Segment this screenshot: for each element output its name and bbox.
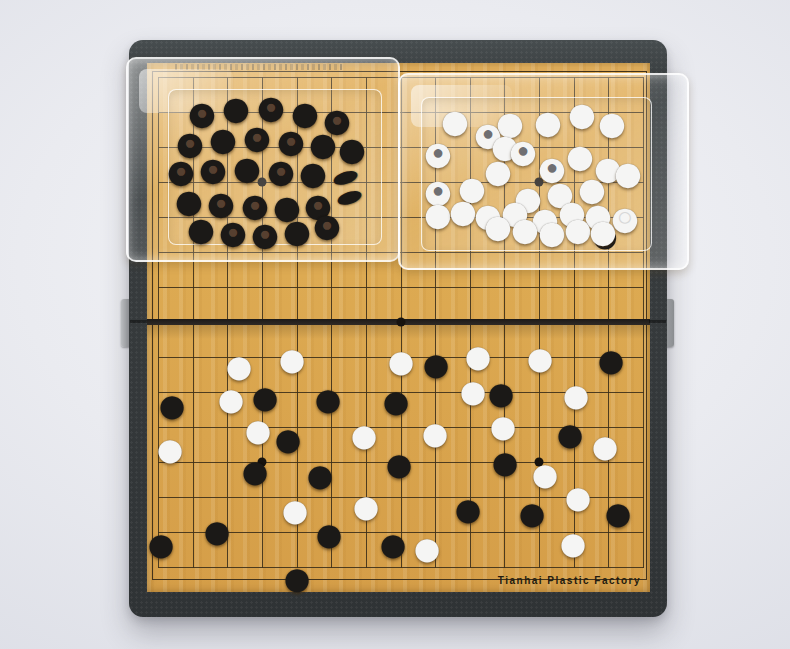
black-stone[interactable]: ● (143, 525, 179, 561)
white-stone[interactable]: ● (587, 427, 623, 463)
black-stone[interactable]: ●● (309, 206, 345, 242)
black-stone[interactable]: ● (310, 380, 346, 416)
black-stone[interactable]: ● (487, 443, 523, 479)
black-stone[interactable]: ● (514, 494, 550, 530)
frame-seam-right (649, 320, 666, 323)
white-stone[interactable]: ● (277, 491, 313, 527)
black-stone[interactable]: ● (378, 382, 414, 418)
mag-mark: ● (227, 222, 238, 241)
eye-mark: ● (517, 140, 529, 160)
black-stone[interactable]: ● (375, 525, 411, 561)
black-stone[interactable]: ● (183, 210, 219, 246)
white-stone[interactable]: ● (522, 339, 558, 375)
white-stone[interactable]: ● (152, 430, 188, 466)
star-point (396, 318, 405, 327)
black-stone[interactable]: ● (154, 386, 190, 422)
black-stone[interactable]: ●● (215, 213, 251, 249)
black-stone[interactable]: ●● (247, 215, 283, 251)
brand-text: Tianhai Plastic Factory (498, 575, 641, 586)
white-stone[interactable]: ● (409, 529, 445, 565)
black-stone[interactable]: ● (381, 445, 417, 481)
black-stone[interactable]: ● (279, 559, 315, 595)
black-stone[interactable]: ● (600, 494, 636, 530)
black-stone[interactable]: ● (237, 452, 273, 488)
mag-mark: ● (259, 224, 270, 243)
white-stone[interactable]: ● (555, 524, 591, 560)
black-stone[interactable]: ● (311, 515, 347, 551)
frame-seam-left (130, 320, 147, 323)
white-stone[interactable]: ● (560, 478, 596, 514)
black-stone[interactable]: ● (418, 345, 454, 381)
white-stone[interactable]: ●● (585, 212, 621, 248)
product-photo-stage: Tianhai Plastic Factory ●●●●●●●●●●●●●●●●… (0, 0, 790, 649)
black-stone[interactable]: ● (450, 490, 486, 526)
white-stone[interactable]: ● (417, 414, 453, 450)
mag-mark: ● (321, 215, 332, 234)
black-stone[interactable]: ● (270, 420, 306, 456)
black-stone[interactable]: ● (593, 341, 629, 377)
white-stone[interactable]: ● (346, 416, 382, 452)
dark-mark: ● (589, 209, 620, 261)
black-stone[interactable]: ● (199, 512, 235, 548)
